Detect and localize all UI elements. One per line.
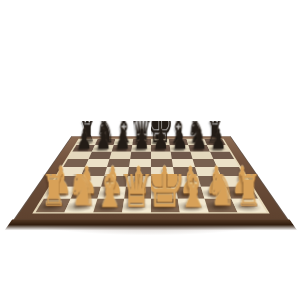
board-front-edge: [5, 220, 298, 231]
piece-wrapper: ♟: [93, 126, 112, 148]
piece-wrapper: ♞: [207, 174, 235, 206]
chess-board-scene: ♜♞♝♛♚♝♞♜♟♟♟♟♟♟♟♟♟♟♟♟♟♟♟♟♜♞♝♛♚♝♞♜: [15, 136, 287, 219]
piece-wrapper: ♞: [68, 174, 96, 206]
piece-white-rook: ♜: [236, 168, 261, 214]
piece-wrapper: ♟: [113, 126, 132, 148]
stage: ♜♞♝♛♚♝♞♜♟♟♟♟♟♟♟♟♟♟♟♟♟♟♟♟♜♞♝♛♚♝♞♜: [0, 0, 300, 300]
piece-wrapper: ♟: [74, 126, 93, 148]
piece-wrapper: ♜: [234, 174, 262, 206]
piece-wrapper: ♟: [189, 126, 208, 148]
piece-wrapper: ♚: [151, 174, 179, 206]
chess-board-frame: ♜♞♝♛♚♝♞♜♟♟♟♟♟♟♟♟♟♟♟♟♟♟♟♟♜♞♝♛♚♝♞♜: [15, 136, 287, 219]
piece-wrapper: ♟: [209, 126, 228, 148]
square-h1: ♜: [231, 199, 266, 213]
piece-wrapper: ♝: [179, 174, 207, 206]
piece-white-bishop: ♝: [178, 160, 208, 214]
board-pinstripe: ♜♞♝♛♚♝♞♜♟♟♟♟♟♟♟♟♟♟♟♟♟♟♟♟♜♞♝♛♚♝♞♜: [32, 139, 269, 214]
piece-wrapper: ♜: [40, 174, 68, 206]
board-squares: ♜♞♝♛♚♝♞♜♟♟♟♟♟♟♟♟♟♟♟♟♟♟♟♟♜♞♝♛♚♝♞♜: [36, 139, 267, 212]
piece-white-rook: ♜: [41, 168, 66, 214]
